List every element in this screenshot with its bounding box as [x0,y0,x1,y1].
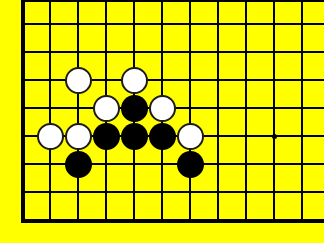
grid-line-vertical [49,0,51,223]
white-stone [121,67,148,94]
white-stone [149,95,176,122]
grid-line-horizontal [21,0,324,2]
grid-line-horizontal [21,51,324,53]
grid-line-vertical [77,0,79,223]
black-stone [149,123,176,150]
grid-line-vertical [189,0,191,223]
black-stone [93,123,120,150]
grid-line-vertical [273,0,275,223]
grid-line-horizontal [21,191,324,193]
white-stone [93,95,120,122]
board-left-edge-line [21,0,25,223]
white-stone [65,67,92,94]
grid-line-vertical [217,0,219,223]
white-stone [177,123,204,150]
grid-line-horizontal [21,23,324,25]
black-stone [65,151,92,178]
grid-line-vertical [301,0,303,223]
black-stone [121,123,148,150]
grid-line-vertical [245,0,247,223]
go-board[interactable] [0,0,324,243]
black-stone [177,151,204,178]
go-diagram [0,0,324,243]
board-bottom-edge-line [21,219,324,223]
star-point [272,134,277,139]
white-stone [37,123,64,150]
white-stone [65,123,92,150]
black-stone [121,95,148,122]
